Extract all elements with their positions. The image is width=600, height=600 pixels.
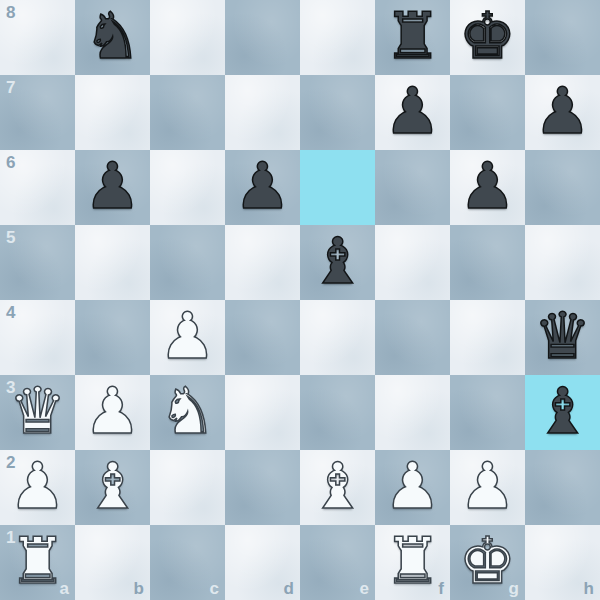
square-d5[interactable] <box>225 225 300 300</box>
square-f1[interactable]: f♜ <box>375 525 450 600</box>
square-f3[interactable] <box>375 375 450 450</box>
square-b2[interactable]: ♝ <box>75 450 150 525</box>
black-pawn[interactable]: ♟ <box>525 75 600 150</box>
square-b6[interactable]: ♟ <box>75 150 150 225</box>
square-e4[interactable] <box>300 300 375 375</box>
square-c1[interactable]: c <box>150 525 225 600</box>
black-knight[interactable]: ♞ <box>75 0 150 75</box>
square-b5[interactable] <box>75 225 150 300</box>
square-d8[interactable] <box>225 0 300 75</box>
square-b4[interactable] <box>75 300 150 375</box>
white-rook[interactable]: ♜ <box>375 525 450 600</box>
black-pawn[interactable]: ♟ <box>375 75 450 150</box>
rank-label-8: 8 <box>6 4 15 21</box>
rank-label-5: 5 <box>6 229 15 246</box>
white-pawn[interactable]: ♟ <box>0 450 75 525</box>
square-h5[interactable] <box>525 225 600 300</box>
file-label-c: c <box>210 580 219 597</box>
square-h6[interactable] <box>525 150 600 225</box>
chess-board: 8♞♜♚7♟♟6♟♟♟5♝4♟♛3♛♟♞♝2♟♝♝♟♟1a♜bcdef♜g♚h <box>0 0 600 600</box>
square-c2[interactable] <box>150 450 225 525</box>
square-f2[interactable]: ♟ <box>375 450 450 525</box>
square-b8[interactable]: ♞ <box>75 0 150 75</box>
square-d6[interactable]: ♟ <box>225 150 300 225</box>
square-g7[interactable] <box>450 75 525 150</box>
square-c6[interactable] <box>150 150 225 225</box>
square-h8[interactable] <box>525 0 600 75</box>
square-f5[interactable] <box>375 225 450 300</box>
rank-label-4: 4 <box>6 304 15 321</box>
file-label-d: d <box>284 580 294 597</box>
black-bishop[interactable]: ♝ <box>525 375 600 450</box>
square-f8[interactable]: ♜ <box>375 0 450 75</box>
square-e1[interactable]: e <box>300 525 375 600</box>
square-h1[interactable]: h <box>525 525 600 600</box>
square-g2[interactable]: ♟ <box>450 450 525 525</box>
square-c3[interactable]: ♞ <box>150 375 225 450</box>
square-e6[interactable] <box>300 150 375 225</box>
square-h7[interactable]: ♟ <box>525 75 600 150</box>
square-b1[interactable]: b <box>75 525 150 600</box>
square-b3[interactable]: ♟ <box>75 375 150 450</box>
black-rook[interactable]: ♜ <box>375 0 450 75</box>
square-h2[interactable] <box>525 450 600 525</box>
file-label-e: e <box>360 580 369 597</box>
square-b7[interactable] <box>75 75 150 150</box>
square-a3[interactable]: 3♛ <box>0 375 75 450</box>
square-g6[interactable]: ♟ <box>450 150 525 225</box>
white-bishop[interactable]: ♝ <box>75 450 150 525</box>
black-king[interactable]: ♚ <box>450 0 525 75</box>
square-e3[interactable] <box>300 375 375 450</box>
square-f6[interactable] <box>375 150 450 225</box>
square-c7[interactable] <box>150 75 225 150</box>
file-label-b: b <box>134 580 144 597</box>
square-a6[interactable]: 6 <box>0 150 75 225</box>
square-c5[interactable] <box>150 225 225 300</box>
black-pawn[interactable]: ♟ <box>225 150 300 225</box>
square-f7[interactable]: ♟ <box>375 75 450 150</box>
square-a8[interactable]: 8 <box>0 0 75 75</box>
white-queen[interactable]: ♛ <box>0 375 75 450</box>
white-king[interactable]: ♚ <box>450 525 525 600</box>
square-a2[interactable]: 2♟ <box>0 450 75 525</box>
square-d3[interactable] <box>225 375 300 450</box>
square-a7[interactable]: 7 <box>0 75 75 150</box>
square-d7[interactable] <box>225 75 300 150</box>
file-label-h: h <box>584 580 594 597</box>
square-g4[interactable] <box>450 300 525 375</box>
black-queen[interactable]: ♛ <box>525 300 600 375</box>
square-e2[interactable]: ♝ <box>300 450 375 525</box>
square-e5[interactable]: ♝ <box>300 225 375 300</box>
square-h4[interactable]: ♛ <box>525 300 600 375</box>
square-e7[interactable] <box>300 75 375 150</box>
square-d2[interactable] <box>225 450 300 525</box>
white-knight[interactable]: ♞ <box>150 375 225 450</box>
square-a5[interactable]: 5 <box>0 225 75 300</box>
rank-label-7: 7 <box>6 79 15 96</box>
square-a1[interactable]: 1a♜ <box>0 525 75 600</box>
square-g3[interactable] <box>450 375 525 450</box>
black-bishop[interactable]: ♝ <box>300 225 375 300</box>
square-g1[interactable]: g♚ <box>450 525 525 600</box>
white-pawn[interactable]: ♟ <box>150 300 225 375</box>
white-bishop[interactable]: ♝ <box>300 450 375 525</box>
square-c8[interactable] <box>150 0 225 75</box>
square-e8[interactable] <box>300 0 375 75</box>
white-rook[interactable]: ♜ <box>0 525 75 600</box>
square-c4[interactable]: ♟ <box>150 300 225 375</box>
white-pawn[interactable]: ♟ <box>75 375 150 450</box>
square-d4[interactable] <box>225 300 300 375</box>
black-pawn[interactable]: ♟ <box>75 150 150 225</box>
rank-label-6: 6 <box>6 154 15 171</box>
white-pawn[interactable]: ♟ <box>450 450 525 525</box>
square-d1[interactable]: d <box>225 525 300 600</box>
square-g5[interactable] <box>450 225 525 300</box>
square-a4[interactable]: 4 <box>0 300 75 375</box>
square-g8[interactable]: ♚ <box>450 0 525 75</box>
square-f4[interactable] <box>375 300 450 375</box>
black-pawn[interactable]: ♟ <box>450 150 525 225</box>
square-h3[interactable]: ♝ <box>525 375 600 450</box>
white-pawn[interactable]: ♟ <box>375 450 450 525</box>
